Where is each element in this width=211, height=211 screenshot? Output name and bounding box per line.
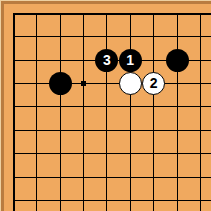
board-intersection: [95, 165, 118, 188]
grid-line-vertical: [36, 142, 37, 165]
board-intersection: [48, 165, 71, 188]
grid-line-vertical: [36, 189, 37, 211]
grid-line-vertical: [13, 95, 15, 118]
grid-line-vertical: [153, 48, 154, 71]
board-intersection: [142, 119, 165, 142]
grid-line-vertical: [200, 25, 201, 48]
board-intersection: [25, 72, 48, 95]
board-intersection: [95, 25, 118, 48]
board-border-left: [1, 1, 4, 211]
grid-line-vertical: [36, 25, 37, 48]
board-intersection: [72, 189, 95, 211]
grid-line-vertical: [153, 142, 154, 165]
board-intersection: [95, 119, 118, 142]
board-intersection: [48, 2, 71, 25]
grid-line-vertical: [13, 165, 15, 188]
board-intersection: [25, 165, 48, 188]
board-intersection: [165, 48, 188, 71]
board-intersection: [48, 142, 71, 165]
grid-line-vertical: [13, 189, 15, 211]
grid-line-vertical: [200, 13, 201, 25]
grid-line-vertical: [60, 189, 61, 211]
board-intersection: [119, 189, 142, 211]
grid-line-vertical: [36, 48, 37, 71]
board-intersection: [189, 142, 211, 165]
grid-line-vertical: [200, 142, 201, 165]
board-intersection: [2, 189, 25, 211]
board-intersection: [165, 2, 188, 25]
board-intersection: [119, 119, 142, 142]
board-intersection: [25, 95, 48, 118]
board-intersection: [2, 72, 25, 95]
board-intersection: [72, 142, 95, 165]
grid-line-vertical: [177, 165, 178, 188]
grid-line-vertical: [130, 142, 131, 165]
board-intersection: [2, 2, 25, 25]
grid-line-vertical: [60, 119, 61, 142]
board-intersection: [142, 2, 165, 25]
board-intersection: [165, 189, 188, 211]
white-stone: [119, 72, 142, 95]
board-intersection: [142, 189, 165, 211]
black-stone-move-3: 3: [95, 49, 118, 72]
grid-line-vertical: [36, 72, 37, 95]
grid-line-vertical: [83, 119, 84, 142]
grid-line-vertical: [83, 165, 84, 188]
grid-line-vertical: [13, 119, 15, 142]
board-intersection: 2: [142, 72, 165, 95]
grid-line-vertical: [83, 95, 84, 118]
grid-line-vertical: [106, 119, 107, 142]
board-intersection: [189, 25, 211, 48]
grid-line-vertical: [106, 95, 107, 118]
grid-line-vertical: [36, 13, 37, 25]
grid-line-vertical: [177, 119, 178, 142]
board-intersection: [119, 165, 142, 188]
board-intersection: [119, 95, 142, 118]
grid-line-vertical: [106, 13, 107, 25]
grid-line-vertical: [36, 95, 37, 118]
grid-line-vertical: [60, 13, 61, 25]
grid-line-vertical: [200, 119, 201, 142]
grid-line-vertical: [106, 72, 107, 95]
board-intersection: [72, 48, 95, 71]
grid-line-vertical: [83, 48, 84, 71]
grid-line-vertical: [13, 25, 15, 48]
grid-line-vertical: [60, 142, 61, 165]
board-intersection: [2, 25, 25, 48]
black-stone: [49, 72, 72, 95]
grid-line-vertical: [200, 72, 201, 95]
go-board-diagram: 312: [0, 0, 211, 211]
board-intersection: [2, 165, 25, 188]
board-intersection: [48, 119, 71, 142]
board-intersection: [95, 95, 118, 118]
board-intersection: [189, 48, 211, 71]
white-stone-move-2: 2: [142, 72, 165, 95]
board-intersection: [2, 95, 25, 118]
board-intersection: 1: [119, 48, 142, 71]
board-intersection: [165, 142, 188, 165]
grid-line-vertical: [60, 95, 61, 118]
grid-line-vertical: [153, 25, 154, 48]
board-intersection: [72, 72, 95, 95]
grid-line-vertical: [153, 165, 154, 188]
board-intersection: [189, 189, 211, 211]
board-intersection: [142, 165, 165, 188]
board-intersection: [189, 95, 211, 118]
grid-line-vertical: [153, 119, 154, 142]
board-intersection: [189, 119, 211, 142]
grid-line-vertical: [60, 25, 61, 48]
board-intersection: [142, 95, 165, 118]
grid-line-vertical: [177, 13, 178, 25]
board-intersection: [142, 48, 165, 71]
grid-line-vertical: [177, 189, 178, 211]
board-intersection: [165, 25, 188, 48]
grid-line-vertical: [177, 25, 178, 48]
board-intersection: [165, 119, 188, 142]
board-intersection: [119, 142, 142, 165]
board-intersection: [25, 25, 48, 48]
grid-line-vertical: [83, 25, 84, 48]
grid-line-vertical: [130, 25, 131, 48]
board-intersection: [2, 119, 25, 142]
grid-line-vertical: [60, 165, 61, 188]
board-intersection: [48, 48, 71, 71]
black-stone-move-1: 1: [119, 49, 142, 72]
board-intersection: [25, 2, 48, 25]
grid-line-vertical: [106, 189, 107, 211]
board-intersection: [48, 72, 71, 95]
board-intersection: [72, 2, 95, 25]
board-intersection: [95, 142, 118, 165]
grid-line-vertical: [36, 119, 37, 142]
grid-line-vertical: [200, 48, 201, 71]
hoshi-point: [81, 81, 86, 86]
grid-line-vertical: [177, 72, 178, 95]
go-grid: 312: [2, 2, 211, 211]
board-intersection: [189, 2, 211, 25]
grid-line-vertical: [200, 165, 201, 188]
grid-line-vertical: [130, 189, 131, 211]
board-intersection: [2, 48, 25, 71]
board-intersection: [48, 189, 71, 211]
board-intersection: [48, 95, 71, 118]
grid-line-vertical: [13, 142, 15, 165]
black-stone: [166, 49, 189, 72]
grid-line-vertical: [106, 25, 107, 48]
board-edge-highlight-left: [0, 0, 1, 211]
grid-line-vertical: [200, 189, 201, 211]
grid-line-vertical: [60, 48, 61, 71]
board-edge-highlight-top: [0, 0, 211, 1]
board-intersection: [72, 95, 95, 118]
board-intersection: [119, 2, 142, 25]
board-intersection: [72, 165, 95, 188]
board-intersection: [165, 165, 188, 188]
board-intersection: [95, 2, 118, 25]
board-intersection: [165, 72, 188, 95]
board-intersection: [189, 165, 211, 188]
grid-line-vertical: [200, 95, 201, 118]
grid-line-vertical: [130, 95, 131, 118]
board-intersection: [189, 72, 211, 95]
grid-line-vertical: [130, 13, 131, 25]
board-intersection: [142, 25, 165, 48]
board-intersection: [165, 95, 188, 118]
grid-line-vertical: [13, 72, 15, 95]
grid-line-vertical: [177, 95, 178, 118]
grid-line-vertical: [106, 142, 107, 165]
board-intersection: [25, 119, 48, 142]
board-intersection: [95, 72, 118, 95]
board-intersection: [119, 25, 142, 48]
board-intersection: [142, 142, 165, 165]
board-border-top: [1, 1, 211, 4]
grid-line-vertical: [153, 189, 154, 211]
grid-line-vertical: [153, 13, 154, 25]
grid-line-vertical: [13, 48, 15, 71]
grid-line-vertical: [83, 189, 84, 211]
grid-line-vertical: [130, 119, 131, 142]
board-intersection: [25, 142, 48, 165]
board-intersection: [119, 72, 142, 95]
grid-line-vertical: [83, 142, 84, 165]
board-intersection: 3: [95, 48, 118, 71]
grid-line-vertical: [36, 165, 37, 188]
grid-line-vertical: [130, 165, 131, 188]
board-intersection: [72, 25, 95, 48]
board-intersection: [25, 189, 48, 211]
grid-line-vertical: [106, 165, 107, 188]
board-intersection: [48, 25, 71, 48]
grid-line-vertical: [13, 13, 15, 25]
grid-line-vertical: [177, 142, 178, 165]
board-intersection: [25, 48, 48, 71]
board-intersection: [72, 119, 95, 142]
grid-line-vertical: [83, 13, 84, 25]
board-intersection: [95, 189, 118, 211]
grid-line-vertical: [153, 95, 154, 118]
board-intersection: [2, 142, 25, 165]
